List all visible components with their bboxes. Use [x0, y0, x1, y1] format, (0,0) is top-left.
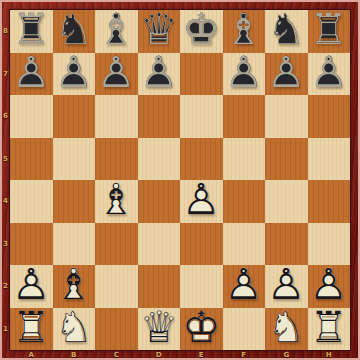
square-c6[interactable] — [95, 95, 138, 138]
square-g5[interactable] — [265, 138, 308, 181]
white-rook-h1[interactable]: ♜♖ — [308, 308, 351, 351]
black-pawn-g7[interactable]: ♟♙ — [265, 53, 308, 96]
piece-glyph-outline: ♕ — [139, 306, 178, 349]
square-e4[interactable]: ♟♙ — [180, 180, 223, 223]
square-f4[interactable] — [223, 180, 266, 223]
square-f5[interactable] — [223, 138, 266, 181]
white-rook-a1[interactable]: ♜♖ — [10, 308, 53, 351]
square-a4[interactable] — [10, 180, 53, 223]
square-b4[interactable] — [53, 180, 96, 223]
rank-label-8: 8 — [1, 10, 10, 53]
square-c2[interactable] — [95, 265, 138, 308]
file-label-d: D — [138, 350, 181, 359]
file-label-h: H — [308, 350, 351, 359]
rank-label-4: 4 — [1, 180, 10, 223]
piece-glyph-outline: ♗ — [224, 8, 263, 51]
file-label-e: E — [180, 350, 223, 359]
black-pawn-b7[interactable]: ♟♙ — [53, 53, 96, 96]
piece-glyph-outline: ♙ — [309, 263, 348, 306]
white-knight-g1[interactable]: ♞♘ — [265, 308, 308, 351]
piece-glyph-outline: ♘ — [267, 8, 306, 51]
square-f1[interactable] — [223, 308, 266, 351]
piece-glyph-outline: ♗ — [97, 8, 136, 51]
piece-glyph-outline: ♘ — [54, 8, 93, 51]
white-pawn-f2[interactable]: ♟♙ — [223, 265, 266, 308]
square-e7[interactable] — [180, 53, 223, 96]
square-b1[interactable]: ♞♘ — [53, 308, 96, 351]
piece-glyph-outline: ♔ — [182, 306, 221, 349]
piece-glyph-outline: ♙ — [267, 263, 306, 306]
chess-board-window: ♜♖♞♘♝♗♛♕♚♔♝♗♞♘♜♖♟♙♟♙♟♙♟♙♟♙♟♙♟♙♝♗♟♙♟♙♝♗♟♙… — [0, 0, 360, 360]
file-label-a: A — [10, 350, 53, 359]
piece-glyph-outline: ♙ — [139, 51, 178, 94]
square-a1[interactable]: ♜♖ — [10, 308, 53, 351]
black-pawn-h7[interactable]: ♟♙ — [308, 53, 351, 96]
piece-glyph-outline: ♕ — [139, 8, 178, 51]
square-f6[interactable] — [223, 95, 266, 138]
square-c3[interactable] — [95, 223, 138, 266]
piece-glyph-outline: ♖ — [309, 306, 348, 349]
black-pawn-a7[interactable]: ♟♙ — [10, 53, 53, 96]
piece-glyph-outline: ♙ — [309, 51, 348, 94]
square-b5[interactable] — [53, 138, 96, 181]
square-d1[interactable]: ♛♕ — [138, 308, 181, 351]
black-king-e8[interactable]: ♚♔ — [180, 10, 223, 53]
square-h1[interactable]: ♜♖ — [308, 308, 351, 351]
square-h7[interactable]: ♟♙ — [308, 53, 351, 96]
square-h6[interactable] — [308, 95, 351, 138]
white-knight-b1[interactable]: ♞♘ — [53, 308, 96, 351]
piece-glyph-outline: ♙ — [12, 263, 51, 306]
square-h5[interactable] — [308, 138, 351, 181]
piece-glyph-outline: ♘ — [267, 306, 306, 349]
file-label-b: B — [53, 350, 96, 359]
square-g6[interactable] — [265, 95, 308, 138]
square-d3[interactable] — [138, 223, 181, 266]
square-e1[interactable]: ♚♔ — [180, 308, 223, 351]
black-pawn-c7[interactable]: ♟♙ — [95, 53, 138, 96]
white-king-e1[interactable]: ♚♔ — [180, 308, 223, 351]
square-d7[interactable]: ♟♙ — [138, 53, 181, 96]
piece-glyph-outline: ♙ — [224, 263, 263, 306]
rank-label-7: 7 — [1, 53, 10, 96]
square-c4[interactable]: ♝♗ — [95, 180, 138, 223]
piece-glyph-outline: ♙ — [12, 51, 51, 94]
square-a5[interactable] — [10, 138, 53, 181]
square-c7[interactable]: ♟♙ — [95, 53, 138, 96]
square-g1[interactable]: ♞♘ — [265, 308, 308, 351]
white-pawn-e4[interactable]: ♟♙ — [180, 180, 223, 223]
file-label-g: G — [265, 350, 308, 359]
piece-glyph-outline: ♙ — [97, 51, 136, 94]
white-bishop-c4[interactable]: ♝♗ — [95, 180, 138, 223]
piece-glyph-outline: ♖ — [309, 8, 348, 51]
piece-glyph-outline: ♖ — [12, 306, 51, 349]
square-e3[interactable] — [180, 223, 223, 266]
piece-glyph-outline: ♗ — [54, 263, 93, 306]
square-h4[interactable] — [308, 180, 351, 223]
square-f7[interactable]: ♟♙ — [223, 53, 266, 96]
square-g4[interactable] — [265, 180, 308, 223]
piece-glyph-outline: ♔ — [182, 8, 221, 51]
square-d4[interactable] — [138, 180, 181, 223]
square-f2[interactable]: ♟♙ — [223, 265, 266, 308]
rank-label-2: 2 — [1, 265, 10, 308]
square-g7[interactable]: ♟♙ — [265, 53, 308, 96]
piece-glyph-outline: ♙ — [224, 51, 263, 94]
piece-glyph-outline: ♙ — [267, 51, 306, 94]
piece-glyph-outline: ♖ — [12, 8, 51, 51]
file-label-c: C — [95, 350, 138, 359]
square-d6[interactable] — [138, 95, 181, 138]
square-a6[interactable] — [10, 95, 53, 138]
white-queen-d1[interactable]: ♛♕ — [138, 308, 181, 351]
rank-label-1: 1 — [1, 308, 10, 351]
square-c1[interactable] — [95, 308, 138, 351]
square-e6[interactable] — [180, 95, 223, 138]
black-pawn-d7[interactable]: ♟♙ — [138, 53, 181, 96]
rank-label-3: 3 — [1, 223, 10, 266]
black-pawn-f7[interactable]: ♟♙ — [223, 53, 266, 96]
rank-label-5: 5 — [1, 138, 10, 181]
rank-label-6: 6 — [1, 95, 10, 138]
file-label-f: F — [223, 350, 266, 359]
piece-glyph-outline: ♘ — [54, 306, 93, 349]
square-e8[interactable]: ♚♔ — [180, 10, 223, 53]
piece-glyph-outline: ♙ — [54, 51, 93, 94]
chess-board: ♜♖♞♘♝♗♛♕♚♔♝♗♞♘♜♖♟♙♟♙♟♙♟♙♟♙♟♙♟♙♝♗♟♙♟♙♝♗♟♙… — [10, 10, 350, 350]
piece-glyph-outline: ♙ — [182, 178, 221, 221]
square-a7[interactable]: ♟♙ — [10, 53, 53, 96]
piece-glyph-outline: ♗ — [97, 178, 136, 221]
square-b7[interactable]: ♟♙ — [53, 53, 96, 96]
square-d5[interactable] — [138, 138, 181, 181]
square-b6[interactable] — [53, 95, 96, 138]
